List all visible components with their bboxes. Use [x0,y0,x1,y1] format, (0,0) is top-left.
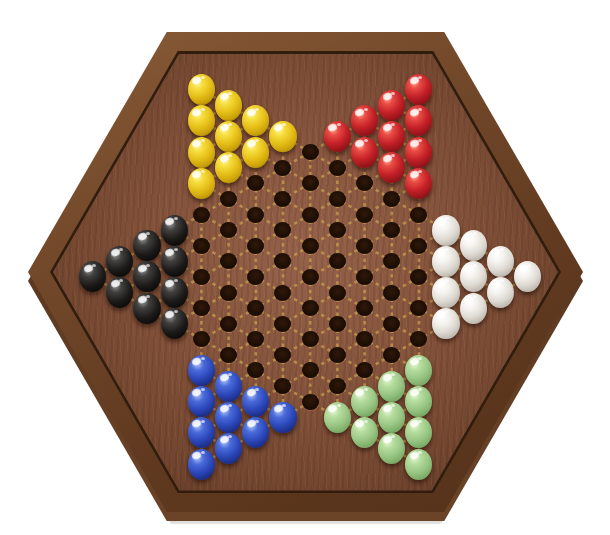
marble-black[interactable] [79,261,106,292]
marble-green[interactable] [351,386,378,417]
marble-green[interactable] [405,417,432,448]
hole[interactable] [356,175,373,191]
hole[interactable] [274,160,291,176]
hole[interactable] [274,285,291,301]
hole[interactable] [247,331,264,347]
hole[interactable] [356,269,373,285]
hole[interactable] [274,316,291,332]
marble-red[interactable] [405,168,432,199]
hole[interactable] [274,378,291,394]
hole[interactable] [356,362,373,378]
hole[interactable] [193,300,210,316]
marble-yellow[interactable] [188,137,215,168]
hole[interactable] [220,253,237,269]
photo-background [0,0,610,535]
marble-blue[interactable] [188,449,215,480]
hole[interactable] [274,191,291,207]
hole[interactable] [329,191,346,207]
hole[interactable] [274,222,291,238]
marble-green[interactable] [378,371,405,402]
hole[interactable] [247,300,264,316]
hole[interactable] [193,238,210,254]
marble-blue[interactable] [188,386,215,417]
hole[interactable] [247,175,264,191]
hole[interactable] [329,347,346,363]
marble-yellow[interactable] [188,105,215,136]
hole[interactable] [410,207,427,223]
marble-white[interactable] [432,246,459,277]
hole[interactable] [220,191,237,207]
hole[interactable] [410,269,427,285]
marble-red[interactable] [378,152,405,183]
hole[interactable] [247,362,264,378]
marble-yellow[interactable] [215,152,242,183]
marble-white[interactable] [432,308,459,339]
hole[interactable] [329,253,346,269]
hole[interactable] [410,238,427,254]
marble-white[interactable] [514,261,541,292]
marble-red[interactable] [405,137,432,168]
marble-blue[interactable] [269,402,296,433]
hole[interactable] [356,300,373,316]
hole[interactable] [302,394,319,410]
marble-green[interactable] [405,449,432,480]
marble-white[interactable] [432,215,459,246]
marble-yellow[interactable] [269,121,296,152]
marble-black[interactable] [133,230,160,261]
hole[interactable] [329,316,346,332]
hole[interactable] [329,285,346,301]
hole[interactable] [302,300,319,316]
marble-yellow[interactable] [242,137,269,168]
marble-yellow[interactable] [188,74,215,105]
hole[interactable] [302,175,319,191]
marble-black[interactable] [133,261,160,292]
marble-green[interactable] [324,402,351,433]
marble-blue[interactable] [215,371,242,402]
hole[interactable] [193,269,210,285]
hole[interactable] [220,347,237,363]
hole[interactable] [247,238,264,254]
marble-red[interactable] [378,121,405,152]
marble-green[interactable] [405,386,432,417]
marble-black[interactable] [161,246,188,277]
hole[interactable] [383,316,400,332]
hole[interactable] [383,347,400,363]
board-grid [79,82,541,472]
hole[interactable] [383,285,400,301]
marble-red[interactable] [378,90,405,121]
marble-black[interactable] [133,293,160,324]
hole[interactable] [247,269,264,285]
marble-red[interactable] [351,105,378,136]
hole[interactable] [274,253,291,269]
marble-blue[interactable] [215,402,242,433]
hole[interactable] [302,269,319,285]
hole[interactable] [329,222,346,238]
hole[interactable] [383,253,400,269]
marble-black[interactable] [106,246,133,277]
marble-blue[interactable] [242,417,269,448]
marble-green[interactable] [405,355,432,386]
marble-green[interactable] [378,402,405,433]
hole[interactable] [247,207,264,223]
hole[interactable] [274,347,291,363]
hole[interactable] [302,362,319,378]
hole[interactable] [302,331,319,347]
hole[interactable] [302,207,319,223]
marble-blue[interactable] [188,417,215,448]
marble-black[interactable] [106,277,133,308]
marble-white[interactable] [487,246,514,277]
hole[interactable] [220,316,237,332]
marble-blue[interactable] [215,433,242,464]
hole[interactable] [410,300,427,316]
hole[interactable] [193,331,210,347]
marble-yellow[interactable] [215,90,242,121]
marble-black[interactable] [161,308,188,339]
marble-red[interactable] [351,137,378,168]
hole[interactable] [329,160,346,176]
hole[interactable] [220,222,237,238]
marble-red[interactable] [405,105,432,136]
marble-white[interactable] [460,293,487,324]
hole[interactable] [193,207,210,223]
hole[interactable] [302,144,319,160]
hole[interactable] [383,222,400,238]
hole[interactable] [356,331,373,347]
hole[interactable] [410,331,427,347]
marble-red[interactable] [405,74,432,105]
marble-yellow[interactable] [242,105,269,136]
hole[interactable] [329,378,346,394]
hole[interactable] [302,238,319,254]
marble-yellow[interactable] [215,121,242,152]
marble-white[interactable] [432,277,459,308]
hole[interactable] [356,238,373,254]
hole[interactable] [220,285,237,301]
marble-black[interactable] [161,215,188,246]
marble-white[interactable] [487,277,514,308]
marble-green[interactable] [378,433,405,464]
marble-black[interactable] [161,277,188,308]
marble-green[interactable] [351,417,378,448]
marble-yellow[interactable] [188,168,215,199]
marble-white[interactable] [460,261,487,292]
hole[interactable] [356,207,373,223]
hole[interactable] [383,191,400,207]
marble-white[interactable] [460,230,487,261]
marble-blue[interactable] [188,355,215,386]
marble-blue[interactable] [242,386,269,417]
marble-red[interactable] [324,121,351,152]
